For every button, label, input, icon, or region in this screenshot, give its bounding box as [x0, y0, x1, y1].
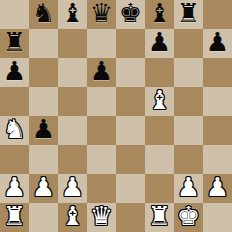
- square-c8[interactable]: ♝: [58, 0, 87, 29]
- square-c3[interactable]: [58, 145, 87, 174]
- black-pawn-piece[interactable]: ♟: [3, 58, 26, 86]
- white-bishop-piece[interactable]: ♝: [61, 203, 84, 231]
- square-h1[interactable]: [203, 203, 232, 232]
- square-f7[interactable]: ♟: [145, 29, 174, 58]
- square-c1[interactable]: ♝: [58, 203, 87, 232]
- black-king-piece[interactable]: ♚: [119, 0, 142, 28]
- square-e1[interactable]: [116, 203, 145, 232]
- square-h4[interactable]: [203, 116, 232, 145]
- square-e2[interactable]: [116, 174, 145, 203]
- square-b5[interactable]: [29, 87, 58, 116]
- square-g8[interactable]: ♜: [174, 0, 203, 29]
- square-a6[interactable]: ♟: [0, 58, 29, 87]
- square-h3[interactable]: [203, 145, 232, 174]
- square-h2[interactable]: ♟: [203, 174, 232, 203]
- square-g3[interactable]: [174, 145, 203, 174]
- square-e4[interactable]: [116, 116, 145, 145]
- square-g4[interactable]: [174, 116, 203, 145]
- square-d5[interactable]: [87, 87, 116, 116]
- black-pawn-piece[interactable]: ♟: [32, 116, 55, 144]
- square-a1[interactable]: ♜: [0, 203, 29, 232]
- black-queen-piece[interactable]: ♛: [90, 0, 113, 28]
- square-f3[interactable]: [145, 145, 174, 174]
- white-rook-piece[interactable]: ♜: [3, 203, 26, 231]
- square-f1[interactable]: ♜: [145, 203, 174, 232]
- square-b4[interactable]: ♟: [29, 116, 58, 145]
- black-pawn-piece[interactable]: ♟: [206, 29, 229, 57]
- square-f4[interactable]: [145, 116, 174, 145]
- square-b7[interactable]: [29, 29, 58, 58]
- square-h6[interactable]: [203, 58, 232, 87]
- white-bishop-piece[interactable]: ♝: [148, 87, 171, 115]
- black-rook-piece[interactable]: ♜: [177, 0, 200, 28]
- white-knight-piece[interactable]: ♞: [3, 116, 26, 144]
- square-e8[interactable]: ♚: [116, 0, 145, 29]
- square-d7[interactable]: [87, 29, 116, 58]
- square-g6[interactable]: [174, 58, 203, 87]
- white-queen-piece[interactable]: ♛: [90, 203, 113, 231]
- square-g1[interactable]: ♚: [174, 203, 203, 232]
- square-b8[interactable]: ♞: [29, 0, 58, 29]
- square-d3[interactable]: [87, 145, 116, 174]
- square-g7[interactable]: [174, 29, 203, 58]
- square-f6[interactable]: [145, 58, 174, 87]
- black-knight-piece[interactable]: ♞: [32, 0, 55, 28]
- square-d4[interactable]: [87, 116, 116, 145]
- black-bishop-piece[interactable]: ♝: [148, 0, 171, 28]
- chess-board-container: ♞♝♛♚♝♜♜♟♟♟♟♝♞♟♟♟♟♟♟♜♝♛♜♚: [0, 0, 232, 232]
- square-a4[interactable]: ♞: [0, 116, 29, 145]
- black-pawn-piece[interactable]: ♟: [148, 29, 171, 57]
- square-f8[interactable]: ♝: [145, 0, 174, 29]
- square-c7[interactable]: [58, 29, 87, 58]
- square-c6[interactable]: [58, 58, 87, 87]
- square-c5[interactable]: [58, 87, 87, 116]
- square-d8[interactable]: ♛: [87, 0, 116, 29]
- square-a3[interactable]: [0, 145, 29, 174]
- black-rook-piece[interactable]: ♜: [3, 29, 26, 57]
- black-pawn-piece[interactable]: ♟: [90, 58, 113, 86]
- square-e6[interactable]: [116, 58, 145, 87]
- white-king-piece[interactable]: ♚: [177, 203, 200, 231]
- white-pawn-piece[interactable]: ♟: [3, 174, 26, 202]
- square-a5[interactable]: [0, 87, 29, 116]
- square-f5[interactable]: ♝: [145, 87, 174, 116]
- square-c4[interactable]: [58, 116, 87, 145]
- square-d1[interactable]: ♛: [87, 203, 116, 232]
- square-g5[interactable]: [174, 87, 203, 116]
- square-b2[interactable]: ♟: [29, 174, 58, 203]
- square-a7[interactable]: ♜: [0, 29, 29, 58]
- square-a2[interactable]: ♟: [0, 174, 29, 203]
- square-f2[interactable]: [145, 174, 174, 203]
- square-a8[interactable]: [0, 0, 29, 29]
- white-rook-piece[interactable]: ♜: [148, 203, 171, 231]
- square-g2[interactable]: ♟: [174, 174, 203, 203]
- square-b1[interactable]: [29, 203, 58, 232]
- white-pawn-piece[interactable]: ♟: [177, 174, 200, 202]
- square-b6[interactable]: [29, 58, 58, 87]
- square-d2[interactable]: [87, 174, 116, 203]
- square-b3[interactable]: [29, 145, 58, 174]
- square-h5[interactable]: [203, 87, 232, 116]
- chess-board: ♞♝♛♚♝♜♜♟♟♟♟♝♞♟♟♟♟♟♟♜♝♛♜♚: [0, 0, 232, 232]
- square-d6[interactable]: ♟: [87, 58, 116, 87]
- square-e3[interactable]: [116, 145, 145, 174]
- square-c2[interactable]: ♟: [58, 174, 87, 203]
- square-h7[interactable]: ♟: [203, 29, 232, 58]
- white-pawn-piece[interactable]: ♟: [206, 174, 229, 202]
- black-bishop-piece[interactable]: ♝: [61, 0, 84, 28]
- white-pawn-piece[interactable]: ♟: [61, 174, 84, 202]
- white-pawn-piece[interactable]: ♟: [32, 174, 55, 202]
- square-h8[interactable]: [203, 0, 232, 29]
- square-e5[interactable]: [116, 87, 145, 116]
- square-e7[interactable]: [116, 29, 145, 58]
